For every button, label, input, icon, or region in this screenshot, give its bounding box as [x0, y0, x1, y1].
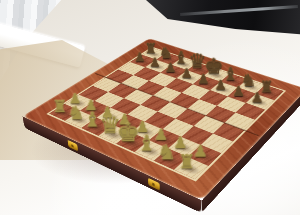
piece-black-pawn-h7[interactable]: ♟ — [239, 90, 276, 104]
blurred-dark-object — [146, 0, 300, 38]
metallic-streak — [180, 5, 298, 16]
piece-white-rook-h1[interactable]: ♜ — [165, 153, 209, 172]
photo-scene: ♜♞♝♛♚♝♞♜♟♟♟♟♟♟♟♟♟♟♟♟♟♟♟♟♜♞♝♛♚♝♞♜ — [0, 0, 300, 215]
square-h1[interactable]: ♜ — [174, 157, 208, 179]
brass-clasp-icon — [148, 178, 160, 191]
